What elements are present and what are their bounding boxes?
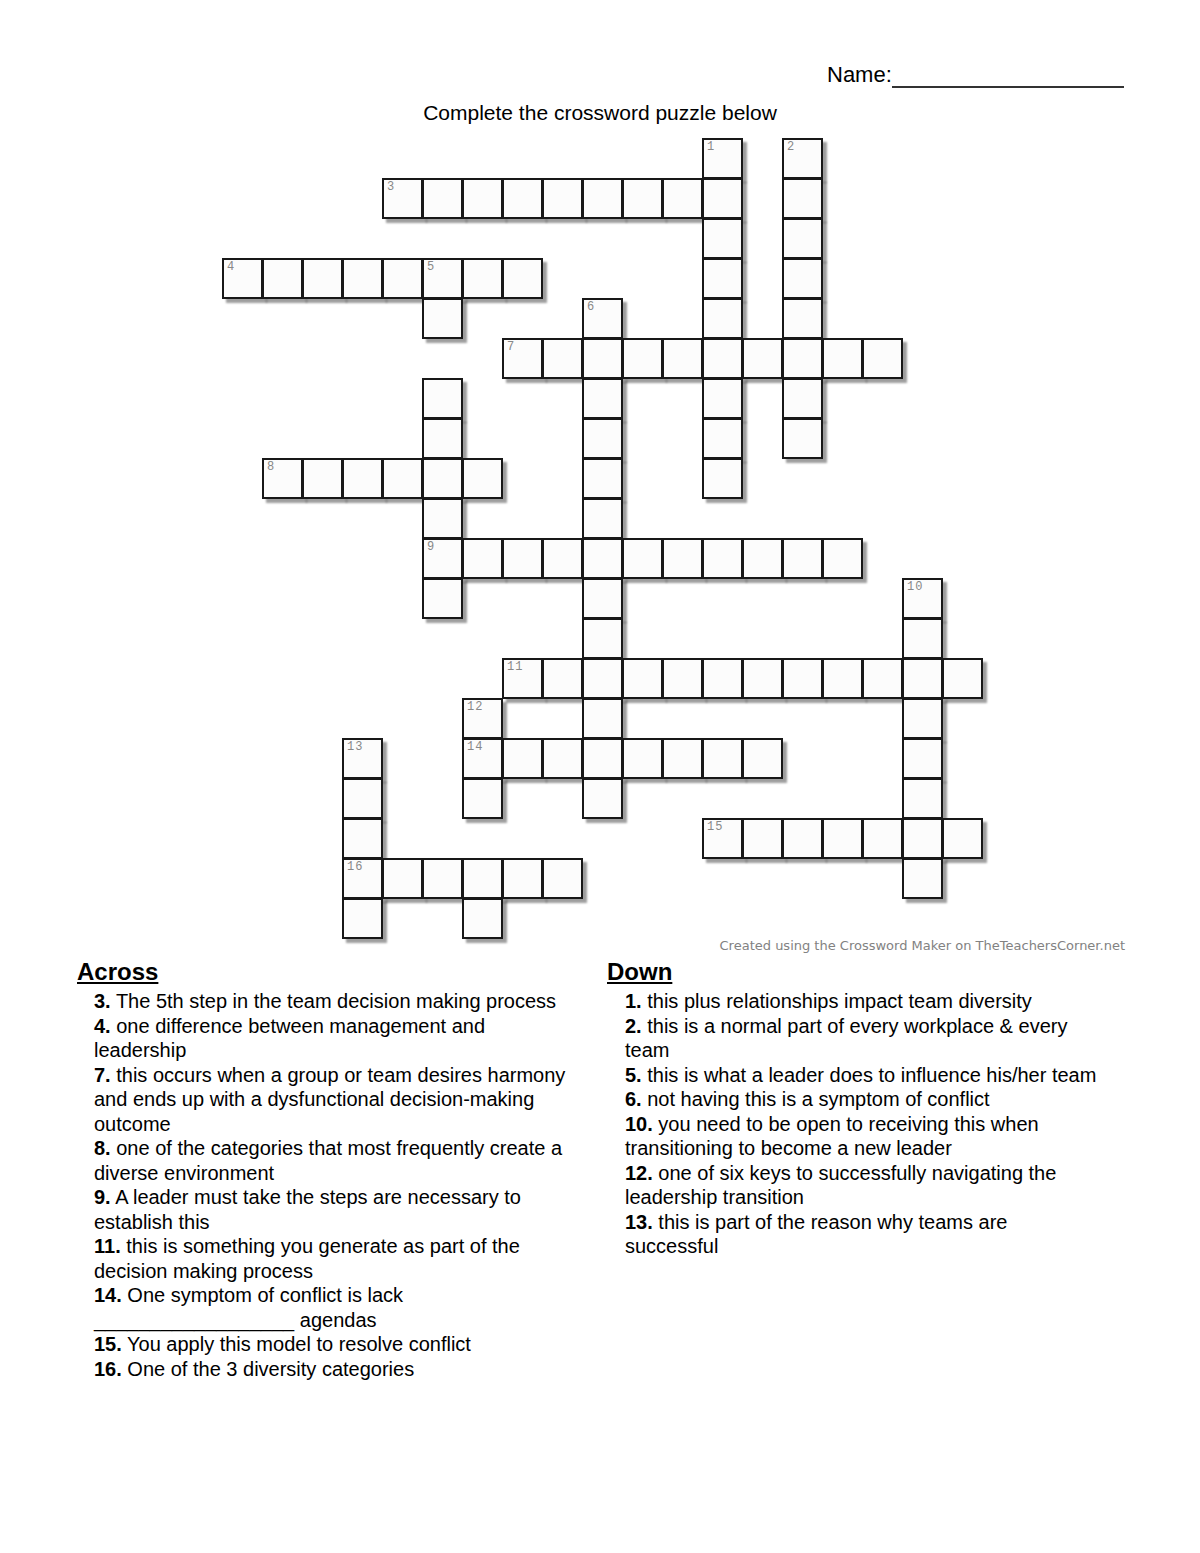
name-blank-line[interactable] (892, 62, 1124, 88)
grid-cell-r5c9[interactable] (582, 338, 623, 379)
grid-cell-r4c14[interactable] (782, 298, 823, 339)
grid-cell-r1c7[interactable] (502, 178, 543, 219)
grid-cell-r5c16[interactable] (862, 338, 903, 379)
grid-cell-r18c7[interactable] (502, 858, 543, 899)
grid-cell-r8c3[interactable] (342, 458, 383, 499)
grid-cell-r13c9[interactable] (582, 658, 623, 699)
grid-cell-r10c7[interactable] (502, 538, 543, 579)
grid-cell-r1c9[interactable] (582, 178, 623, 219)
clue-number-5: 5 (427, 261, 435, 273)
down-clue-list: 1. this plus relationships impact team d… (625, 989, 1140, 1259)
grid-cell-r17c3[interactable] (342, 818, 383, 859)
grid-cell-r15c6[interactable]: 14 (462, 738, 503, 779)
grid-cell-r5c12[interactable] (702, 338, 743, 379)
grid-cell-r13c10[interactable] (622, 658, 663, 699)
grid-cell-r14c6[interactable]: 12 (462, 698, 503, 739)
clue-number-9: 9 (427, 541, 435, 553)
grid-cell-r15c12[interactable] (702, 738, 743, 779)
grid-cell-r17c16[interactable] (862, 818, 903, 859)
grid-cell-r5c15[interactable] (822, 338, 863, 379)
grid-cell-r17c18[interactable] (942, 818, 983, 859)
grid-cell-r15c8[interactable] (542, 738, 583, 779)
grid-cell-r10c12[interactable] (702, 538, 743, 579)
clue-number-2: 2 (787, 141, 795, 153)
grid-cell-r15c17[interactable] (902, 738, 943, 779)
grid-cell-r8c4[interactable] (382, 458, 423, 499)
grid-cell-r10c8[interactable] (542, 538, 583, 579)
across-clue-4: 4. one difference between management and… (94, 1014, 599, 1063)
grid-cell-r8c5[interactable] (422, 458, 463, 499)
grid-cell-r1c11[interactable] (662, 178, 703, 219)
grid-cell-r8c1[interactable]: 8 (262, 458, 303, 499)
grid-cell-r14c9[interactable] (582, 698, 623, 739)
across-clue-15: 15. You apply this model to resolve conf… (94, 1332, 599, 1357)
grid-cell-r18c5[interactable] (422, 858, 463, 899)
down-clue-5: 5. this is what a leader does to influen… (625, 1063, 1140, 1088)
grid-cell-r4c12[interactable] (702, 298, 743, 339)
grid-cell-r3c14[interactable] (782, 258, 823, 299)
grid-cell-r5c11[interactable] (662, 338, 703, 379)
across-heading: Across (77, 958, 158, 986)
grid-cell-r10c11[interactable] (662, 538, 703, 579)
grid-cell-r5c10[interactable] (622, 338, 663, 379)
grid-cell-r11c9[interactable] (582, 578, 623, 619)
down-clue-2: 2. this is a normal part of every workpl… (625, 1014, 1140, 1063)
grid-cell-r18c3[interactable]: 16 (342, 858, 383, 899)
grid-cell-r15c7[interactable] (502, 738, 543, 779)
crossword-worksheet: { "game": "crossword", "header": { "name… (0, 0, 1200, 1553)
grid-cell-r16c6[interactable] (462, 778, 503, 819)
grid-cell-r19c3[interactable] (342, 898, 383, 939)
name-label: Name: (827, 62, 892, 88)
down-clue-6: 6. not having this is a symptom of confl… (625, 1087, 1140, 1112)
grid-cell-r6c5[interactable] (422, 378, 463, 419)
grid-cell-r6c12[interactable] (702, 378, 743, 419)
clue-number-11: 11 (507, 661, 523, 673)
grid-cell-r10c5[interactable]: 9 (422, 538, 463, 579)
grid-cell-r10c14[interactable] (782, 538, 823, 579)
grid-cell-r7c12[interactable] (702, 418, 743, 459)
grid-cell-r16c17[interactable] (902, 778, 943, 819)
grid-cell-r16c9[interactable] (582, 778, 623, 819)
grid-cell-r0c14[interactable]: 2 (782, 138, 823, 179)
across-clue-list: 3. The 5th step in the team decision mak… (94, 989, 599, 1381)
across-clue-8: 8. one of the categories that most frequ… (94, 1136, 599, 1185)
grid-cell-r10c6[interactable] (462, 538, 503, 579)
clue-number-10: 10 (907, 581, 923, 593)
grid-cell-r3c5[interactable]: 5 (422, 258, 463, 299)
clue-number-12: 12 (467, 701, 483, 713)
grid-cell-r13c18[interactable] (942, 658, 983, 699)
grid-cell-r19c6[interactable] (462, 898, 503, 939)
grid-cell-r7c14[interactable] (782, 418, 823, 459)
grid-cell-r17c13[interactable] (742, 818, 783, 859)
down-clue-12: 12. one of six keys to successfully navi… (625, 1161, 1140, 1210)
grid-cell-r18c17[interactable] (902, 858, 943, 899)
grid-cell-r11c17[interactable]: 10 (902, 578, 943, 619)
attribution: Created using the Crossword Maker on The… (720, 938, 1125, 953)
grid-cell-r15c9[interactable] (582, 738, 623, 779)
name-row: Name: (827, 62, 1124, 88)
across-clue-16: 16. One of the 3 diversity categories (94, 1357, 599, 1382)
grid-cell-r9c9[interactable] (582, 498, 623, 539)
clue-number-8: 8 (267, 461, 275, 473)
down-heading: Down (607, 958, 672, 986)
grid-cell-r15c13[interactable] (742, 738, 783, 779)
grid-cell-r13c13[interactable] (742, 658, 783, 699)
clue-number-1: 1 (707, 141, 715, 153)
grid-cell-r1c6[interactable] (462, 178, 503, 219)
grid-cell-r13c11[interactable] (662, 658, 703, 699)
grid-cell-r14c17[interactable] (902, 698, 943, 739)
grid-cell-r13c8[interactable] (542, 658, 583, 699)
grid-cell-r11c5[interactable] (422, 578, 463, 619)
grid-cell-r13c12[interactable] (702, 658, 743, 699)
grid-cell-r6c14[interactable] (782, 378, 823, 419)
grid-cell-r8c2[interactable] (302, 458, 343, 499)
grid-cell-r9c5[interactable] (422, 498, 463, 539)
grid-cell-r8c6[interactable] (462, 458, 503, 499)
clue-number-14: 14 (467, 741, 483, 753)
clue-number-13: 13 (347, 741, 363, 753)
grid-cell-r3c0[interactable]: 4 (222, 258, 263, 299)
clue-number-4: 4 (227, 261, 235, 273)
grid-cell-r7c9[interactable] (582, 418, 623, 459)
across-clue-14: 14. One symptom of conflict is lack ____… (94, 1283, 599, 1332)
grid-cell-r2c14[interactable] (782, 218, 823, 259)
grid-cell-r13c15[interactable] (822, 658, 863, 699)
grid-cell-r10c9[interactable] (582, 538, 623, 579)
grid-cell-r17c17[interactable] (902, 818, 943, 859)
grid-cell-r0c12[interactable]: 1 (702, 138, 743, 179)
grid-cell-r1c14[interactable] (782, 178, 823, 219)
grid-cell-r3c6[interactable] (462, 258, 503, 299)
across-clue-9: 9. A leader must take the steps are nece… (94, 1185, 599, 1234)
grid-cell-r3c7[interactable] (502, 258, 543, 299)
clue-number-16: 16 (347, 861, 363, 873)
grid-cell-r5c8[interactable] (542, 338, 583, 379)
grid-cell-r15c3[interactable]: 13 (342, 738, 383, 779)
grid-cell-r17c15[interactable] (822, 818, 863, 859)
clue-number-6: 6 (587, 301, 595, 313)
grid-cell-r10c15[interactable] (822, 538, 863, 579)
grid-cell-r5c13[interactable] (742, 338, 783, 379)
grid-cell-r1c5[interactable] (422, 178, 463, 219)
grid-cell-r1c12[interactable] (702, 178, 743, 219)
grid-cell-r13c17[interactable] (902, 658, 943, 699)
down-clue-1: 1. this plus relationships impact team d… (625, 989, 1140, 1014)
grid-cell-r4c9[interactable]: 6 (582, 298, 623, 339)
grid-cell-r3c3[interactable] (342, 258, 383, 299)
grid-cell-r5c7[interactable]: 7 (502, 338, 543, 379)
grid-cell-r18c4[interactable] (382, 858, 423, 899)
grid-cell-r10c10[interactable] (622, 538, 663, 579)
page-title: Complete the crossword puzzle below (0, 101, 1200, 125)
grid-cell-r18c6[interactable] (462, 858, 503, 899)
down-clue-10: 10. you need to be open to receiving thi… (625, 1112, 1140, 1161)
grid-cell-r1c10[interactable] (622, 178, 663, 219)
grid-cell-r8c12[interactable] (702, 458, 743, 499)
grid-cell-r3c4[interactable] (382, 258, 423, 299)
grid-cell-r13c14[interactable] (782, 658, 823, 699)
clue-number-3: 3 (387, 181, 395, 193)
grid-cell-r4c5[interactable] (422, 298, 463, 339)
grid-cell-r16c3[interactable] (342, 778, 383, 819)
grid-cell-r12c17[interactable] (902, 618, 943, 659)
across-clue-3: 3. The 5th step in the team decision mak… (94, 989, 599, 1014)
grid-cell-r5c14[interactable] (782, 338, 823, 379)
across-clue-7: 7. this occurs when a group or team desi… (94, 1063, 599, 1137)
clue-number-15: 15 (707, 821, 723, 833)
grid-cell-r18c8[interactable] (542, 858, 583, 899)
crossword-grid: 12345678910111213141516 (222, 138, 984, 940)
grid-cell-r1c4[interactable]: 3 (382, 178, 423, 219)
grid-cell-r15c10[interactable] (622, 738, 663, 779)
grid-cell-r3c12[interactable] (702, 258, 743, 299)
grid-cell-r8c9[interactable] (582, 458, 623, 499)
clue-number-7: 7 (507, 341, 515, 353)
grid-cell-r15c11[interactable] (662, 738, 703, 779)
grid-cell-r13c16[interactable] (862, 658, 903, 699)
grid-cell-r12c9[interactable] (582, 618, 623, 659)
grid-cell-r17c14[interactable] (782, 818, 823, 859)
grid-cell-r6c9[interactable] (582, 378, 623, 419)
grid-cell-r10c13[interactable] (742, 538, 783, 579)
grid-cell-r2c12[interactable] (702, 218, 743, 259)
grid-cell-r1c8[interactable] (542, 178, 583, 219)
grid-cell-r3c1[interactable] (262, 258, 303, 299)
grid-cell-r17c12[interactable]: 15 (702, 818, 743, 859)
grid-cell-r13c7[interactable]: 11 (502, 658, 543, 699)
grid-cell-r3c2[interactable] (302, 258, 343, 299)
across-clue-11: 11. this is something you generate as pa… (94, 1234, 599, 1283)
down-clue-13: 13. this is part of the reason why teams… (625, 1210, 1140, 1259)
grid-cell-r7c5[interactable] (422, 418, 463, 459)
